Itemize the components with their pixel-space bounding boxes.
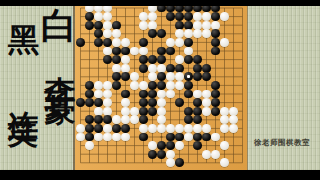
white-stone (202, 124, 211, 133)
white-stone (139, 12, 148, 21)
white-stone (166, 158, 175, 167)
white-stone (193, 21, 202, 30)
black-stone (85, 90, 94, 99)
black-stone (139, 55, 148, 64)
black-stone (184, 107, 193, 116)
black-stone (112, 124, 121, 133)
black-stone (184, 12, 193, 21)
white-stone (202, 12, 211, 21)
white-stone (121, 115, 130, 124)
white-stone (103, 133, 112, 142)
white-stone (121, 64, 130, 73)
white-stone (76, 124, 85, 133)
white-stone (175, 124, 184, 133)
white-stone (157, 64, 166, 73)
white-stone (220, 107, 229, 116)
white-stone (103, 124, 112, 133)
black-stone (202, 133, 211, 142)
white-stone (229, 107, 238, 116)
white-stone (211, 150, 220, 159)
black-stone (148, 29, 157, 38)
black-stone (175, 12, 184, 21)
black-stone (166, 47, 175, 56)
black-stone (211, 81, 220, 90)
black-stone (184, 115, 193, 124)
black-stone (211, 38, 220, 47)
black-stone (112, 21, 121, 30)
black-stone (193, 64, 202, 73)
black-stone (211, 98, 220, 107)
white-stone (112, 64, 121, 73)
white-stone (202, 21, 211, 30)
white-stone (103, 107, 112, 116)
black-stone (76, 38, 85, 47)
black-stone (148, 98, 157, 107)
black-stone (166, 141, 175, 150)
black-stone (139, 115, 148, 124)
white-stone (220, 141, 229, 150)
black-stone (103, 55, 112, 64)
white-stone (103, 47, 112, 56)
black-stone (85, 133, 94, 142)
black-stone (148, 55, 157, 64)
black-stone (121, 90, 130, 99)
letterbox-bottom (0, 170, 320, 180)
white-stone (94, 81, 103, 90)
white-stone (139, 47, 148, 56)
white-stone (220, 124, 229, 133)
white-stone (94, 107, 103, 116)
black-stone (139, 64, 148, 73)
white-stone (157, 98, 166, 107)
black-stone (166, 64, 175, 73)
black-stone (112, 72, 121, 81)
white-stone (157, 124, 166, 133)
black-stone (148, 81, 157, 90)
white-stone (130, 107, 139, 116)
white-stone (184, 29, 193, 38)
black-stone (94, 124, 103, 133)
white-stone (166, 90, 175, 99)
white-stone (220, 115, 229, 124)
black-stone (184, 21, 193, 30)
black-stone (202, 72, 211, 81)
black-stone (184, 55, 193, 64)
black-stone (211, 90, 220, 99)
white-player-name: 李轩豪 (44, 52, 77, 76)
white-stone (148, 72, 157, 81)
black-stone (85, 124, 94, 133)
white-stone (175, 81, 184, 90)
white-stone (148, 64, 157, 73)
white-stone (112, 133, 121, 142)
black-stone (85, 12, 94, 21)
white-stone (148, 12, 157, 21)
black-stone (139, 107, 148, 116)
black-stone (121, 72, 130, 81)
white-stone (130, 72, 139, 81)
white-stone (139, 124, 148, 133)
black-stone (112, 55, 121, 64)
white-stone (166, 38, 175, 47)
white-stone (175, 141, 184, 150)
white-stone (121, 133, 130, 142)
black-stone (157, 81, 166, 90)
black-stone (148, 150, 157, 159)
white-stone (157, 115, 166, 124)
black-stone (193, 133, 202, 142)
white-stone (202, 107, 211, 116)
white-stone (175, 29, 184, 38)
white-stone (148, 124, 157, 133)
white-stone (103, 90, 112, 99)
black-stone (148, 90, 157, 99)
black-stone (94, 29, 103, 38)
white-stone (184, 124, 193, 133)
white-stone (175, 72, 184, 81)
white-stone (166, 124, 175, 133)
black-stone (193, 107, 202, 116)
black-stone (211, 29, 220, 38)
black-stone (157, 29, 166, 38)
black-stone (139, 90, 148, 99)
white-player-label: 白 (41, 7, 77, 45)
black-stone (85, 98, 94, 107)
white-stone (166, 81, 175, 90)
black-stone (112, 81, 121, 90)
white-stone (193, 90, 202, 99)
black-player-label: 黑 (8, 24, 40, 58)
white-stone (220, 158, 229, 167)
black-stone (175, 64, 184, 73)
black-stone (121, 47, 130, 56)
white-stone (148, 141, 157, 150)
black-stone (76, 98, 85, 107)
white-stone (166, 150, 175, 159)
black-stone (94, 115, 103, 124)
black-stone (211, 12, 220, 21)
black-stone (139, 133, 148, 142)
white-stone (130, 81, 139, 90)
black-stone (157, 55, 166, 64)
go-board[interactable] (75, 6, 247, 170)
black-stone (94, 21, 103, 30)
black-stone (94, 38, 103, 47)
black-stone (193, 55, 202, 64)
white-stone (157, 90, 166, 99)
black-stone (94, 98, 103, 107)
white-stone (121, 98, 130, 107)
black-player-name: 连笑 (7, 86, 40, 98)
black-stone (193, 141, 202, 150)
white-stone (121, 55, 130, 64)
white-stone (103, 81, 112, 90)
white-stone (139, 21, 148, 30)
white-stone (211, 133, 220, 142)
black-stone (193, 72, 202, 81)
black-stone (184, 81, 193, 90)
black-stone (175, 21, 184, 30)
white-stone (202, 98, 211, 107)
white-stone (193, 12, 202, 21)
white-stone (103, 29, 112, 38)
watermark-text: 徐老师围棋教室 (254, 138, 310, 148)
black-stone (175, 133, 184, 142)
white-stone (121, 38, 130, 47)
white-stone (94, 133, 103, 142)
black-stone (193, 98, 202, 107)
black-stone (148, 107, 157, 116)
white-stone (202, 150, 211, 159)
black-stone (184, 72, 193, 81)
black-stone (121, 124, 130, 133)
white-stone (202, 29, 211, 38)
letterbox-top (0, 0, 320, 6)
white-stone (130, 47, 139, 56)
black-stone (157, 150, 166, 159)
white-stone (166, 72, 175, 81)
black-stone (103, 38, 112, 47)
black-stone (184, 90, 193, 99)
white-stone (85, 141, 94, 150)
black-stone (193, 115, 202, 124)
white-stone (130, 115, 139, 124)
white-stone (193, 29, 202, 38)
black-stone (157, 141, 166, 150)
black-stone (166, 133, 175, 142)
white-stone (220, 12, 229, 21)
white-stone (103, 21, 112, 30)
black-stone (166, 12, 175, 21)
black-stone (157, 47, 166, 56)
black-stone (175, 158, 184, 167)
black-stone (103, 115, 112, 124)
white-stone (103, 98, 112, 107)
white-stone (175, 55, 184, 64)
white-stone (103, 12, 112, 21)
black-stone (175, 98, 184, 107)
white-stone (139, 81, 148, 90)
white-stone (229, 124, 238, 133)
black-stone (85, 81, 94, 90)
white-stone (112, 115, 121, 124)
last-move-marker (187, 75, 190, 78)
black-stone (85, 115, 94, 124)
black-stone (211, 107, 220, 116)
white-stone (94, 90, 103, 99)
white-stone (193, 124, 202, 133)
white-stone (229, 115, 238, 124)
black-stone (139, 38, 148, 47)
white-stone (175, 38, 184, 47)
black-stone (85, 21, 94, 30)
white-stone (202, 90, 211, 99)
white-stone (76, 133, 85, 142)
video-frame: 黑 连笑 白 李轩豪 徐老师围棋教室 (0, 0, 320, 180)
white-stone (121, 107, 130, 116)
white-stone (112, 29, 121, 38)
white-stone (220, 38, 229, 47)
white-stone (157, 107, 166, 116)
white-stone (94, 12, 103, 21)
black-stone (211, 47, 220, 56)
white-stone (184, 133, 193, 142)
white-stone (112, 38, 121, 47)
white-stone (211, 21, 220, 30)
black-stone (202, 64, 211, 73)
black-stone (112, 47, 121, 56)
white-stone (184, 47, 193, 56)
black-stone (184, 38, 193, 47)
black-stone (139, 98, 148, 107)
white-stone (148, 21, 157, 30)
black-stone (157, 72, 166, 81)
